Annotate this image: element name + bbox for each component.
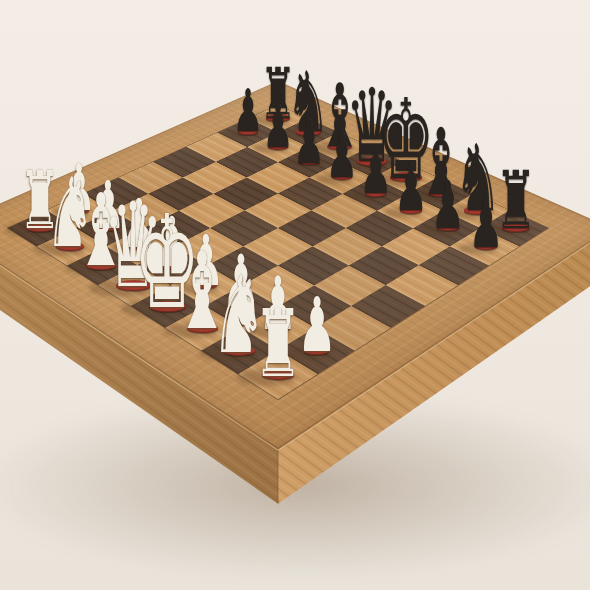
scene: ♜♞♝♛♚♝♞♜♟♟♟♟♟♟♟♟♟♟♟♟♟♟♟♟♜♞♝♛♚♝♞♜ — [0, 0, 590, 590]
white-rook-icon: ♜ — [254, 297, 303, 390]
black-pawn-icon: ♟ — [394, 156, 428, 221]
black-pawn-icon: ♟ — [233, 83, 264, 142]
white-pawn-icon: ♟ — [297, 288, 336, 363]
black-pawn-icon: ♟ — [262, 96, 293, 156]
black-pawn-icon: ♟ — [359, 140, 392, 203]
black-pawn-icon: ♟ — [326, 125, 358, 187]
black-pawn-icon: ♟ — [294, 110, 326, 171]
black-pawn-icon: ♟ — [431, 173, 465, 239]
black-pawn-icon: ♟ — [468, 190, 503, 257]
pieces-layer: ♜♞♝♛♚♝♞♜♟♟♟♟♟♟♟♟♟♟♟♟♟♟♟♟♜♞♝♛♚♝♞♜ — [0, 0, 590, 590]
